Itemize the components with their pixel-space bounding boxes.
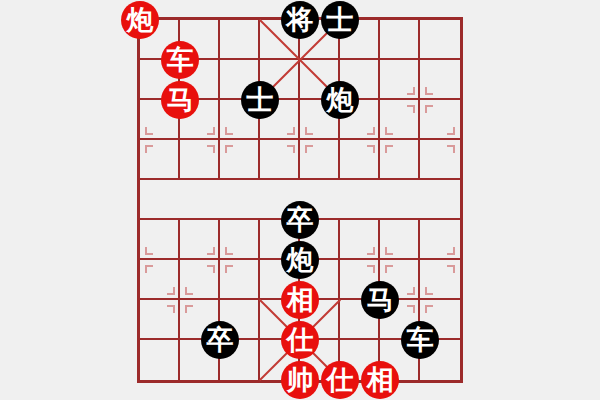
piece-black-chariot[interactable]: 车	[401, 321, 439, 359]
piece-glyph: 将	[287, 6, 314, 33]
grid-cell	[220, 180, 260, 220]
marker-corner	[367, 247, 375, 255]
point-marker	[447, 127, 473, 153]
piece-red-elephant[interactable]: 相	[361, 361, 399, 399]
marker-corner	[287, 127, 295, 135]
piece-black-pawn[interactable]: 卒	[201, 321, 239, 359]
marker-corner	[145, 247, 153, 255]
marker-corner	[425, 105, 433, 113]
piece-glyph: 卒	[207, 326, 234, 353]
piece-glyph: 相	[367, 366, 394, 393]
marker-corner	[225, 247, 233, 255]
piece-black-general[interactable]: 将	[281, 1, 319, 39]
point-marker	[287, 127, 313, 153]
point-marker	[367, 127, 393, 153]
point-marker	[407, 287, 433, 313]
marker-corner	[447, 127, 455, 135]
piece-red-cannon[interactable]: 炮	[121, 1, 159, 39]
piece-glyph: 帅	[287, 366, 314, 393]
marker-corner	[367, 127, 375, 135]
marker-corner	[145, 145, 153, 153]
marker-corner	[167, 287, 175, 295]
marker-corner	[305, 145, 313, 153]
marker-corner	[167, 305, 175, 313]
grid-cell	[420, 180, 460, 220]
marker-corner	[287, 145, 295, 153]
marker-corner	[225, 265, 233, 273]
marker-corner	[207, 265, 215, 273]
piece-glyph: 炮	[287, 246, 314, 273]
marker-corner	[407, 87, 415, 95]
marker-corner	[207, 145, 215, 153]
piece-red-chariot[interactable]: 车	[161, 41, 199, 79]
grid-cell	[140, 340, 180, 380]
grid-cell	[380, 20, 420, 60]
marker-corner	[385, 247, 393, 255]
point-marker	[367, 247, 393, 273]
marker-corner	[367, 145, 375, 153]
marker-corner	[305, 127, 313, 135]
grid-cell	[380, 180, 420, 220]
piece-glyph: 仕	[327, 366, 354, 393]
piece-black-pawn[interactable]: 卒	[281, 201, 319, 239]
piece-glyph: 士	[327, 6, 354, 33]
piece-glyph: 炮	[127, 6, 154, 33]
marker-corner	[447, 265, 455, 273]
grid-cell	[140, 180, 180, 220]
piece-glyph: 卒	[287, 206, 314, 233]
grid-cell	[420, 20, 460, 60]
marker-corner	[185, 287, 193, 295]
piece-glyph: 仕	[287, 326, 314, 353]
marker-corner	[425, 87, 433, 95]
piece-black-advisor[interactable]: 士	[321, 1, 359, 39]
point-marker	[167, 287, 193, 313]
piece-glyph: 车	[167, 46, 194, 73]
marker-corner	[145, 265, 153, 273]
point-marker	[127, 127, 153, 153]
piece-red-advisor[interactable]: 仕	[281, 321, 319, 359]
marker-corner	[207, 127, 215, 135]
piece-black-horse[interactable]: 马	[361, 281, 399, 319]
marker-corner	[447, 247, 455, 255]
piece-black-cannon[interactable]: 炮	[281, 241, 319, 279]
piece-glyph: 马	[167, 86, 194, 113]
piece-black-cannon[interactable]: 炮	[321, 81, 359, 119]
grid-cell	[340, 180, 380, 220]
piece-black-advisor[interactable]: 士	[241, 81, 279, 119]
marker-corner	[385, 265, 393, 273]
marker-corner	[185, 305, 193, 313]
piece-glyph: 车	[407, 326, 434, 353]
xiangqi-screenshot: 炮车马相仕帅仕相将士士炮卒炮马卒车	[0, 0, 600, 400]
marker-corner	[407, 305, 415, 313]
piece-glyph: 炮	[327, 86, 354, 113]
marker-corner	[425, 287, 433, 295]
piece-red-horse[interactable]: 马	[161, 81, 199, 119]
grid-cell	[180, 180, 220, 220]
marker-corner	[207, 247, 215, 255]
piece-glyph: 士	[247, 86, 274, 113]
marker-corner	[225, 145, 233, 153]
point-marker	[407, 87, 433, 113]
point-marker	[207, 247, 233, 273]
piece-glyph: 相	[287, 286, 314, 313]
marker-corner	[407, 287, 415, 295]
piece-red-general[interactable]: 帅	[281, 361, 319, 399]
marker-corner	[425, 305, 433, 313]
marker-corner	[385, 127, 393, 135]
piece-red-advisor[interactable]: 仕	[321, 361, 359, 399]
piece-glyph: 马	[367, 286, 394, 313]
marker-corner	[145, 127, 153, 135]
point-marker	[447, 247, 473, 273]
marker-corner	[225, 127, 233, 135]
marker-corner	[385, 145, 393, 153]
grid-cell	[220, 20, 260, 60]
marker-corner	[447, 145, 455, 153]
marker-corner	[367, 265, 375, 273]
piece-red-elephant[interactable]: 相	[281, 281, 319, 319]
marker-corner	[407, 105, 415, 113]
point-marker	[207, 127, 233, 153]
point-marker	[127, 247, 153, 273]
